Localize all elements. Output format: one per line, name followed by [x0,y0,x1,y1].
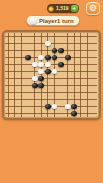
white-stone [45,62,51,68]
board-grid[interactable] [5,33,97,117]
black-stone [52,55,58,61]
gear-icon: ⚙ [89,4,97,13]
coin-counter: 1,519 + [47,4,79,13]
white-stone [52,69,58,75]
black-stone [58,48,64,54]
white-stone-icon [30,17,37,24]
white-stone [38,55,44,61]
white-stone [52,104,58,110]
white-stone [65,104,71,110]
settings-button[interactable]: ⚙ [86,2,100,15]
black-stone [45,104,51,110]
top-bar: 1,519 + ⚙ [0,2,103,15]
white-stone [38,69,44,75]
black-stone [71,111,77,117]
gomoku-app: { "game": "gomoku", "header": { "coins":… [0,0,103,183]
black-stone [45,69,51,75]
black-stone [52,48,58,54]
black-stone [65,55,71,61]
white-stone [32,76,38,82]
black-stone [38,76,44,82]
black-stone [58,62,64,68]
turn-label: Player1 turn [39,18,74,24]
white-stone [38,62,44,68]
black-stone [71,104,77,110]
black-stone [25,55,31,61]
black-stone [38,83,44,89]
turn-indicator: Player1 turn [26,15,80,26]
coin-icon [48,6,54,12]
white-stone [45,41,51,47]
add-coins-button[interactable]: + [71,5,78,12]
black-stone [45,55,51,61]
white-stone [32,62,38,68]
coin-amount: 1,519 [55,6,70,11]
gomoku-board[interactable] [2,30,101,120]
black-stone [32,83,38,89]
